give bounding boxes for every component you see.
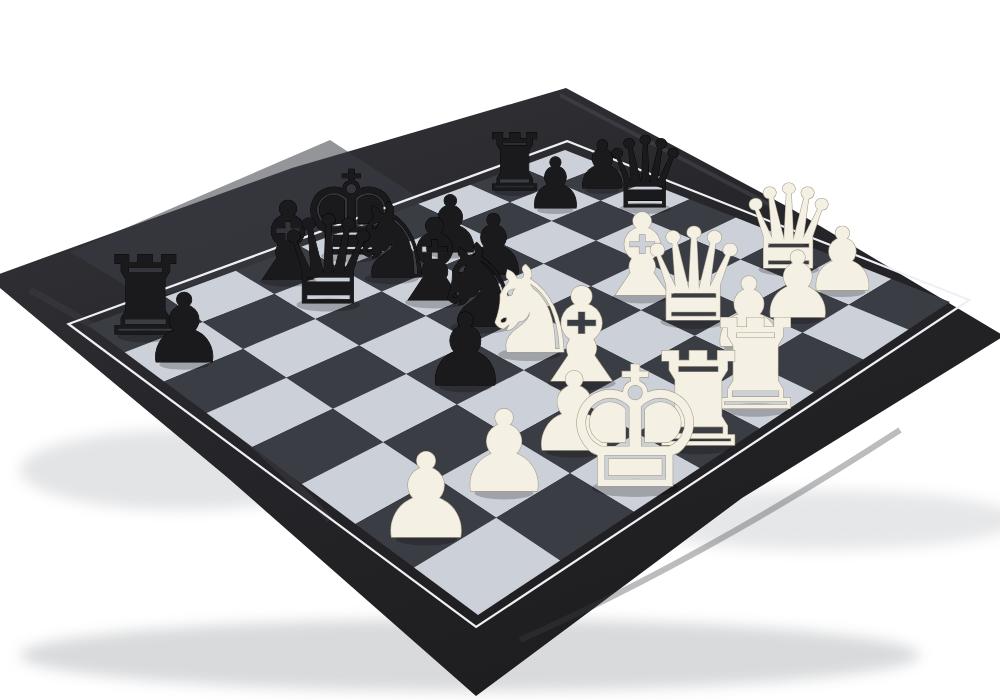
svg-text:♚: ♚ xyxy=(561,331,710,525)
piece-black-pawn-a7: ♟ xyxy=(141,273,227,385)
svg-text:♛: ♛ xyxy=(273,189,383,332)
product-photo-stage: ♟♜♛♟♟♚♛♟♞♝♟♝♝♛♟♛♞♜♟♞♟♝♟♜♜♟♚♟♟ xyxy=(0,0,1000,700)
svg-text:♟: ♟ xyxy=(374,428,479,565)
piece-white-pawn-a2: ♟ xyxy=(374,428,479,565)
piece-black-queen-c7: ♛ xyxy=(273,189,383,332)
chess-scene: ♟♜♛♟♟♚♛♟♞♝♟♝♝♛♟♛♞♜♟♞♟♝♟♜♜♟♚♟♟ xyxy=(0,0,1000,700)
piece-black-pawn-g7: ♟ xyxy=(524,143,587,225)
svg-text:♟: ♟ xyxy=(524,143,587,225)
piece-white-king-c1: ♚ xyxy=(561,331,710,525)
svg-text:♟: ♟ xyxy=(141,273,227,385)
